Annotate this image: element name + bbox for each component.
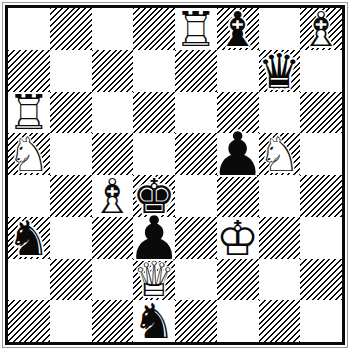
- square-h2[interactable]: [300, 259, 342, 301]
- piece-black-B-f8[interactable]: ♝: [217, 8, 259, 50]
- white-piece-outline-glyph: ♘: [8, 133, 50, 175]
- square-d6[interactable]: [133, 92, 175, 134]
- square-g3[interactable]: [259, 217, 301, 259]
- square-g2[interactable]: [259, 259, 301, 301]
- piece-white-K-f3[interactable]: ♚♔: [217, 217, 259, 259]
- square-e8[interactable]: ♜♖: [175, 8, 217, 50]
- square-c6[interactable]: [92, 92, 134, 134]
- white-piece-outline-glyph: ♗: [300, 8, 342, 50]
- square-b3[interactable]: [50, 217, 92, 259]
- square-h8[interactable]: ♝♗: [300, 8, 342, 50]
- square-d1[interactable]: ♞: [133, 300, 175, 342]
- square-h1[interactable]: [300, 300, 342, 342]
- piece-black-Q-g7[interactable]: ♛: [259, 50, 301, 92]
- piece-white-B-h8[interactable]: ♝♗: [300, 8, 342, 50]
- square-b6[interactable]: [50, 92, 92, 134]
- black-piece-glyph: ♞: [8, 217, 50, 259]
- piece-black-N-a3[interactable]: ♞: [8, 217, 50, 259]
- square-e1[interactable]: [175, 300, 217, 342]
- square-a1[interactable]: [8, 300, 50, 342]
- square-h5[interactable]: [300, 133, 342, 175]
- square-f3[interactable]: ♚♔: [217, 217, 259, 259]
- black-piece-glyph: ♟: [217, 133, 259, 175]
- white-piece-outline-glyph: ♖: [175, 8, 217, 50]
- piece-white-R-e8[interactable]: ♜♖: [175, 8, 217, 50]
- square-f8[interactable]: ♝: [217, 8, 259, 50]
- black-piece-glyph: ♞: [133, 300, 175, 342]
- black-piece-glyph: ♛: [259, 50, 301, 92]
- square-a5[interactable]: ♞♘: [8, 133, 50, 175]
- square-h4[interactable]: [300, 175, 342, 217]
- square-c1[interactable]: [92, 300, 134, 342]
- square-c7[interactable]: [92, 50, 134, 92]
- square-b4[interactable]: [50, 175, 92, 217]
- square-b2[interactable]: [50, 259, 92, 301]
- square-h6[interactable]: [300, 92, 342, 134]
- square-d8[interactable]: [133, 8, 175, 50]
- square-b8[interactable]: [50, 8, 92, 50]
- board-frame: ♜♖♝♝♗♛♜♖♞♘♟♞♘♝♗♚♞♟♚♔♛♕♞: [2, 2, 348, 348]
- square-b7[interactable]: [50, 50, 92, 92]
- piece-white-N-a5[interactable]: ♞♘: [8, 133, 50, 175]
- square-g7[interactable]: ♛: [259, 50, 301, 92]
- square-e2[interactable]: [175, 259, 217, 301]
- square-f5[interactable]: ♟: [217, 133, 259, 175]
- square-e3[interactable]: [175, 217, 217, 259]
- square-g5[interactable]: ♞♘: [259, 133, 301, 175]
- square-b1[interactable]: [50, 300, 92, 342]
- chess-board: ♜♖♝♝♗♛♜♖♞♘♟♞♘♝♗♚♞♟♚♔♛♕♞: [5, 5, 345, 345]
- square-h3[interactable]: [300, 217, 342, 259]
- white-piece-outline-glyph: ♔: [217, 217, 259, 259]
- black-piece-glyph: ♝: [217, 8, 259, 50]
- square-b5[interactable]: [50, 133, 92, 175]
- square-a3[interactable]: ♞: [8, 217, 50, 259]
- square-a8[interactable]: [8, 8, 50, 50]
- piece-white-N-g5[interactable]: ♞♘: [259, 133, 301, 175]
- white-piece-outline-glyph: ♘: [259, 133, 301, 175]
- piece-black-N-d1[interactable]: ♞: [133, 300, 175, 342]
- square-f1[interactable]: [217, 300, 259, 342]
- square-c8[interactable]: [92, 8, 134, 50]
- square-g1[interactable]: [259, 300, 301, 342]
- piece-black-P-f5[interactable]: ♟: [217, 133, 259, 175]
- square-d7[interactable]: [133, 50, 175, 92]
